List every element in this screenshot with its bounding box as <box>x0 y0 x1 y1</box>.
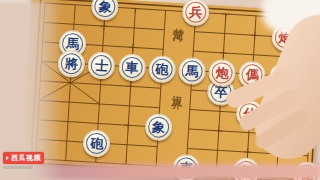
piece-glyph: 傌 <box>239 61 265 87</box>
piece-glyph: 帥 <box>299 65 320 91</box>
piece-black-elephant-2[interactable]: 象 <box>144 113 173 142</box>
piece-glyph: 炮 <box>272 24 298 50</box>
piece-black-cannon-2[interactable]: 砲 <box>83 129 112 158</box>
xiangqi-board: 楚河 汉界 象馬將士車砲馬卒象砲車兵炮炮傌傌帥仕相俥 <box>21 0 320 180</box>
piece-glyph: 傌 <box>269 63 295 89</box>
piece-glyph: 砲 <box>149 56 175 82</box>
piece-red-horse-1[interactable]: 傌 <box>238 60 267 89</box>
piece-layer: 象馬將士車砲馬卒象砲車兵炮炮傌傌帥仕相俥 <box>21 0 320 180</box>
piece-glyph: 仕 <box>237 100 263 126</box>
piece-black-elephant-1[interactable]: 象 <box>91 0 120 21</box>
piece-red-general[interactable]: 帥 <box>298 64 320 93</box>
piece-red-horse-2[interactable]: 傌 <box>268 62 297 91</box>
scene: 楚河 汉界 象馬將士車砲馬卒象砲車兵炮炮傌傌帥仕相俥 西瓜视频 <box>0 0 320 180</box>
watermark-badge: 西瓜视频 <box>3 152 44 164</box>
piece-red-advisor-1[interactable]: 仕 <box>236 99 265 128</box>
piece-glyph: 馬 <box>179 57 205 83</box>
piece-red-pawn-1[interactable]: 兵 <box>181 0 210 26</box>
watermark-app-name: 西瓜视频 <box>11 153 41 163</box>
piece-red-cannon-1[interactable]: 炮 <box>271 23 300 52</box>
watermark-subtext-smudge <box>3 166 33 169</box>
watermark: 西瓜视频 <box>3 152 44 169</box>
piece-glyph: 砲 <box>84 130 110 156</box>
piece-glyph: 象 <box>92 0 118 20</box>
piece-glyph: 象 <box>145 114 171 140</box>
watermark-play-icon <box>6 156 9 160</box>
piece-black-horse-2[interactable]: 馬 <box>178 56 207 85</box>
piece-glyph: 士 <box>88 52 114 78</box>
piece-black-cannon-1[interactable]: 砲 <box>148 54 177 83</box>
piece-black-chariot-1[interactable]: 車 <box>118 53 147 82</box>
piece-glyph: 兵 <box>182 0 208 25</box>
piece-glyph: 車 <box>119 54 145 80</box>
piece-red-cannon-2[interactable]: 炮 <box>208 58 237 87</box>
piece-black-advisor-1[interactable]: 士 <box>87 51 116 80</box>
piece-glyph: 炮 <box>209 59 235 85</box>
